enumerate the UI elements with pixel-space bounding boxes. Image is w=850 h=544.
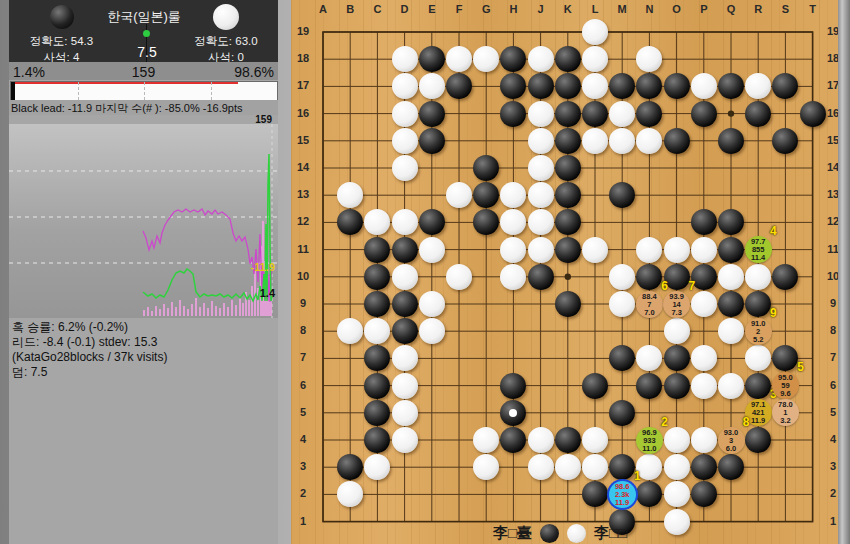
- stone-black-L16[interactable]: [582, 101, 608, 127]
- stone-black-K18[interactable]: [555, 46, 581, 72]
- stone-white-D10[interactable]: [392, 264, 418, 290]
- game-info-header: 한국(일본)룰 정확도: 54.3 정확도: 63.0 사석: 4 7.5 사석…: [9, 0, 278, 62]
- stone-white-O3[interactable]: [664, 454, 690, 480]
- candidate-rank: 4: [770, 227, 777, 235]
- coord-label: J: [530, 3, 552, 15]
- stone-white-E11[interactable]: [419, 237, 445, 263]
- coord-label: 10: [292, 270, 314, 282]
- coord-label: 2: [292, 487, 314, 499]
- stone-black-M5[interactable]: [609, 400, 635, 426]
- coord-label: 19: [292, 25, 314, 37]
- coord-label: S: [774, 3, 796, 15]
- coord-label: T: [802, 3, 824, 15]
- stone-black-P16[interactable]: [691, 101, 717, 127]
- coord-label: 3: [292, 460, 314, 472]
- winrate-bar-red-line: [11, 82, 238, 84]
- coord-label: O: [666, 3, 688, 15]
- candidate-rank: 8: [743, 418, 750, 426]
- stone-black-D9[interactable]: [392, 291, 418, 317]
- stone-black-E18[interactable]: [419, 46, 445, 72]
- stone-white-P7[interactable]: [691, 345, 717, 371]
- stone-white-P11[interactable]: [691, 237, 717, 263]
- stone-white-E8[interactable]: [419, 318, 445, 344]
- stone-black-J17[interactable]: [528, 73, 554, 99]
- stat-engine: (KataGo28blocks / 37k visits): [12, 350, 281, 365]
- stone-white-F18[interactable]: [446, 46, 472, 72]
- lead-summary: Black lead: -11.9 마지막 수(# ): -85.0% -16.…: [9, 100, 278, 115]
- candidate-move-R8[interactable]: 91.025.29: [745, 318, 772, 345]
- stone-white-H11[interactable]: [500, 237, 526, 263]
- candidate-move-R11[interactable]: 97.785511.44: [745, 236, 772, 263]
- stone-white-J13[interactable]: [528, 182, 554, 208]
- stone-white-E9[interactable]: [419, 291, 445, 317]
- stone-white-D18[interactable]: [392, 46, 418, 72]
- stone-black-R9[interactable]: [745, 291, 771, 317]
- coord-label: 11: [292, 243, 314, 255]
- coord-label: 16: [292, 107, 314, 119]
- coord-label: 5: [292, 406, 314, 418]
- stone-black-R6[interactable]: [745, 373, 771, 399]
- stone-white-F13[interactable]: [446, 182, 472, 208]
- stone-white-O2[interactable]: [664, 481, 690, 507]
- stone-black-P2[interactable]: [691, 481, 717, 507]
- stat-komi: 덤: 7.5: [12, 365, 281, 380]
- stone-black-O15[interactable]: [664, 128, 690, 154]
- stone-black-E15[interactable]: [419, 128, 445, 154]
- stone-white-D16[interactable]: [392, 101, 418, 127]
- stone-white-D5[interactable]: [392, 400, 418, 426]
- stone-white-N11[interactable]: [636, 237, 662, 263]
- stone-white-O8[interactable]: [664, 318, 690, 344]
- stone-white-D14[interactable]: [392, 155, 418, 181]
- stone-white-O11[interactable]: [664, 237, 690, 263]
- coord-label: F: [448, 3, 470, 15]
- go-board[interactable]: ABCDEFGHJKLMNOPQRST 19181716151413121110…: [287, 0, 850, 544]
- stone-black-N16[interactable]: [636, 101, 662, 127]
- stone-white-J16[interactable]: [528, 101, 554, 127]
- stone-white-M9[interactable]: [609, 291, 635, 317]
- candidate-move-Q4[interactable]: 93.036.08: [718, 427, 745, 454]
- stone-black-S10[interactable]: [772, 264, 798, 290]
- stone-white-E17[interactable]: [419, 73, 445, 99]
- stone-white-P17[interactable]: [691, 73, 717, 99]
- coord-label: P: [693, 3, 715, 15]
- black-accuracy: 정확도: 54.3: [9, 34, 114, 49]
- stone-black-K11[interactable]: [555, 237, 581, 263]
- stat-winrate: 흑 승률: 6.2% (-0.2%): [12, 320, 281, 335]
- stone-white-J4[interactable]: [528, 427, 554, 453]
- stone-white-M10[interactable]: [609, 264, 635, 290]
- stone-white-M16[interactable]: [609, 101, 635, 127]
- stone-black-J10[interactable]: [528, 264, 554, 290]
- stone-black-P12[interactable]: [691, 209, 717, 235]
- coord-label: B: [339, 3, 361, 15]
- stone-black-H6[interactable]: [500, 373, 526, 399]
- stone-black-K9[interactable]: [555, 291, 581, 317]
- stone-black-E12[interactable]: [419, 209, 445, 235]
- white-player-name: 李□□: [594, 524, 627, 543]
- stone-white-J18[interactable]: [528, 46, 554, 72]
- current-winrate-label: 1.4: [260, 287, 275, 299]
- stone-black-Q9[interactable]: [718, 291, 744, 317]
- coord-label: 8: [292, 324, 314, 336]
- white-winrate-pct: 98.6%: [234, 64, 274, 80]
- stone-white-J15[interactable]: [528, 128, 554, 154]
- stone-white-L18[interactable]: [582, 46, 608, 72]
- stone-black-L6[interactable]: [582, 373, 608, 399]
- coord-label: N: [638, 3, 660, 15]
- stone-white-Q6[interactable]: [718, 373, 744, 399]
- coord-label: 6: [292, 379, 314, 391]
- stone-black-O17[interactable]: [664, 73, 690, 99]
- stone-black-O6[interactable]: [664, 373, 690, 399]
- komi-value: 7.5: [127, 44, 167, 60]
- stone-white-N15[interactable]: [636, 128, 662, 154]
- stone-black-N10[interactable]: [636, 264, 662, 290]
- coord-label: E: [421, 3, 443, 15]
- coord-label: 4: [292, 433, 314, 445]
- stone-white-O4[interactable]: [664, 427, 690, 453]
- coord-label: Q: [720, 3, 742, 15]
- stone-black-Q3[interactable]: [718, 454, 744, 480]
- stone-black-S15[interactable]: [772, 128, 798, 154]
- stone-white-L3[interactable]: [582, 454, 608, 480]
- black-player-stone-icon: [50, 5, 74, 29]
- stone-black-C11[interactable]: [364, 237, 390, 263]
- coord-label: 12: [292, 215, 314, 227]
- stone-white-J14[interactable]: [528, 155, 554, 181]
- stone-black-C5[interactable]: [364, 400, 390, 426]
- engine-stats: 흑 승률: 6.2% (-0.2%) 리드: -8.4 (-0.1) stdev…: [9, 318, 281, 380]
- candidate-move-S6[interactable]: 95.0599.65: [772, 372, 799, 399]
- stone-white-D12[interactable]: [392, 209, 418, 235]
- stone-black-Q11[interactable]: [718, 237, 744, 263]
- stone-black-K14[interactable]: [555, 155, 581, 181]
- candidate-rank: 2: [661, 418, 668, 426]
- stone-black-G14[interactable]: [473, 155, 499, 181]
- coord-label: M: [611, 3, 633, 15]
- stone-white-L11[interactable]: [582, 237, 608, 263]
- winrate-line: [143, 154, 272, 301]
- analysis-panel: 한국(일본)룰 정확도: 54.3 정확도: 63.0 사석: 4 7.5 사석…: [0, 0, 287, 544]
- stone-black-K16[interactable]: [555, 101, 581, 127]
- stone-white-D15[interactable]: [392, 128, 418, 154]
- candidate-move-O9[interactable]: 93.9147.37: [663, 291, 690, 318]
- stone-black-T16[interactable]: [800, 101, 826, 127]
- coord-label: 1: [292, 515, 314, 527]
- black-stone-icon: [540, 524, 559, 543]
- graph-move-label: 159: [9, 114, 272, 124]
- stone-white-J12[interactable]: [528, 209, 554, 235]
- coord-label: R: [747, 3, 769, 15]
- coord-label: C: [366, 3, 388, 15]
- stone-black-K12[interactable]: [555, 209, 581, 235]
- stone-white-R10[interactable]: [745, 264, 771, 290]
- white-stone-icon: [567, 524, 586, 543]
- stone-black-O7[interactable]: [664, 345, 690, 371]
- candidate-rank: 5: [797, 363, 804, 371]
- coord-label: 14: [292, 161, 314, 173]
- candidate-rank: 7: [688, 282, 695, 290]
- stone-white-D4[interactable]: [392, 427, 418, 453]
- coord-label: 18: [292, 52, 314, 64]
- winrate-graph[interactable]: -11.9 1.4: [9, 124, 278, 318]
- stone-white-Q8[interactable]: [718, 318, 744, 344]
- stone-black-R16[interactable]: [745, 101, 771, 127]
- stone-white-Q10[interactable]: [718, 264, 744, 290]
- candidate-move-N9[interactable]: 88.477.06: [636, 291, 663, 318]
- stone-white-G4[interactable]: [473, 427, 499, 453]
- stone-white-L4[interactable]: [582, 427, 608, 453]
- stone-black-N6[interactable]: [636, 373, 662, 399]
- stone-white-M15[interactable]: [609, 128, 635, 154]
- stone-white-H10[interactable]: [500, 264, 526, 290]
- stone-white-F10[interactable]: [446, 264, 472, 290]
- stone-white-D7[interactable]: [392, 345, 418, 371]
- coord-label: 13: [292, 188, 314, 200]
- players-caption: 李□臺 李□□: [440, 522, 680, 544]
- stone-white-D6[interactable]: [392, 373, 418, 399]
- coord-label: H: [502, 3, 524, 15]
- coord-label: D: [394, 3, 416, 15]
- rules-label: 한국(일본)룰: [89, 8, 199, 26]
- candidate-rank: 9: [770, 309, 777, 317]
- stone-black-D11[interactable]: [392, 237, 418, 263]
- stone-black-D8[interactable]: [392, 318, 418, 344]
- stone-white-P4[interactable]: [691, 427, 717, 453]
- white-accuracy: 정확도: 63.0: [174, 34, 278, 49]
- candidate-rank: 1: [634, 472, 641, 480]
- go-analysis-app: 한국(일본)룰 정확도: 54.3 정확도: 63.0 사석: 4 7.5 사석…: [0, 0, 850, 544]
- candidate-rank: 6: [661, 282, 668, 290]
- winrate-bar-black-segment: [11, 82, 15, 100]
- stone-black-R4[interactable]: [745, 427, 771, 453]
- stone-white-K3[interactable]: [555, 454, 581, 480]
- stone-black-K15[interactable]: [555, 128, 581, 154]
- coord-label: 15: [292, 134, 314, 146]
- current-score-label: -11.9: [251, 261, 275, 273]
- stone-black-K4[interactable]: [555, 427, 581, 453]
- candidate-move-N4[interactable]: 96.993311.02: [636, 427, 663, 454]
- stone-white-P9[interactable]: [691, 291, 717, 317]
- stone-black-H16[interactable]: [500, 101, 526, 127]
- stone-black-E16[interactable]: [419, 101, 445, 127]
- stat-lead: 리드: -8.4 (-0.1) stdev: 15.3: [12, 335, 281, 350]
- winrate-bar[interactable]: [10, 81, 278, 101]
- candidate-move-M2[interactable]: 98.62.3k11.91: [609, 481, 636, 508]
- stone-white-D17[interactable]: [392, 73, 418, 99]
- stone-white-L15[interactable]: [582, 128, 608, 154]
- coord-label: G: [475, 3, 497, 15]
- coord-label: 17: [292, 79, 314, 91]
- stone-black-C10[interactable]: [364, 264, 390, 290]
- stone-white-L19[interactable]: [582, 19, 608, 45]
- stone-black-K13[interactable]: [555, 182, 581, 208]
- stone-black-C6[interactable]: [364, 373, 390, 399]
- winrate-labels: 1.4% 159 98.6%: [9, 62, 278, 80]
- white-player-stone-icon: [213, 4, 239, 30]
- stone-white-P6[interactable]: [691, 373, 717, 399]
- stone-black-K17[interactable]: [555, 73, 581, 99]
- coord-label: L: [584, 3, 606, 15]
- stone-black-Q15[interactable]: [718, 128, 744, 154]
- candidate-move-S5[interactable]: 78.013.2: [772, 399, 799, 426]
- coord-label: K: [557, 3, 579, 15]
- coord-label: A: [312, 3, 334, 15]
- coord-label: 9: [292, 297, 314, 309]
- window-edge: [838, 0, 850, 544]
- coord-label: 7: [292, 351, 314, 363]
- stone-white-J3[interactable]: [528, 454, 554, 480]
- stone-white-J11[interactable]: [528, 237, 554, 263]
- black-player-name: 李□臺: [493, 524, 532, 543]
- stone-black-P3[interactable]: [691, 454, 717, 480]
- engine-status-dot: [143, 30, 150, 37]
